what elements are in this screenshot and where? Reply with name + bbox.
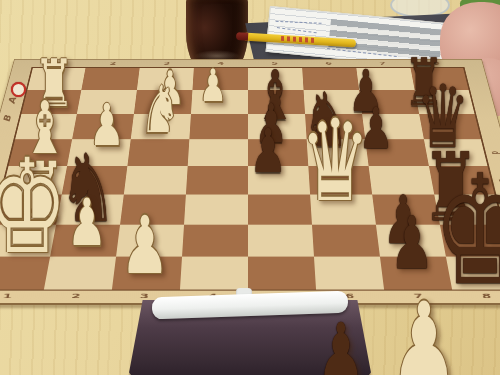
rank-label-far-6: 6 — [325, 61, 332, 65]
black-pawn-h7[interactable]: ♟ — [390, 207, 435, 280]
pen-tip — [236, 32, 248, 41]
white-knight-c3[interactable]: ♞ — [140, 77, 180, 142]
captured-white-pawn[interactable]: ♟ — [389, 287, 459, 375]
white-king-g1[interactable]: ♚ — [0, 142, 67, 272]
white-pawn-b4[interactable]: ♟ — [199, 64, 227, 109]
black-pawn-e5[interactable]: ♟ — [249, 122, 287, 183]
photo-stage: 12345678 12345678 de AB ♜♝♜♚♟♟♟♟♟♞♛♜♛♜♚♟… — [0, 0, 500, 375]
rank-label-near-1: 1 — [2, 292, 13, 300]
white-pawn-g2[interactable]: ♟ — [67, 190, 107, 255]
rank-label-far-2: 2 — [109, 61, 116, 65]
captured-black-pawn[interactable]: ♟ — [316, 313, 365, 375]
pen-brand-print — [281, 36, 315, 43]
white-queen-f6[interactable]: ♛ — [300, 104, 370, 217]
rank-label-near-2: 2 — [71, 292, 81, 300]
white-pawn-h3[interactable]: ♟ — [120, 206, 169, 286]
